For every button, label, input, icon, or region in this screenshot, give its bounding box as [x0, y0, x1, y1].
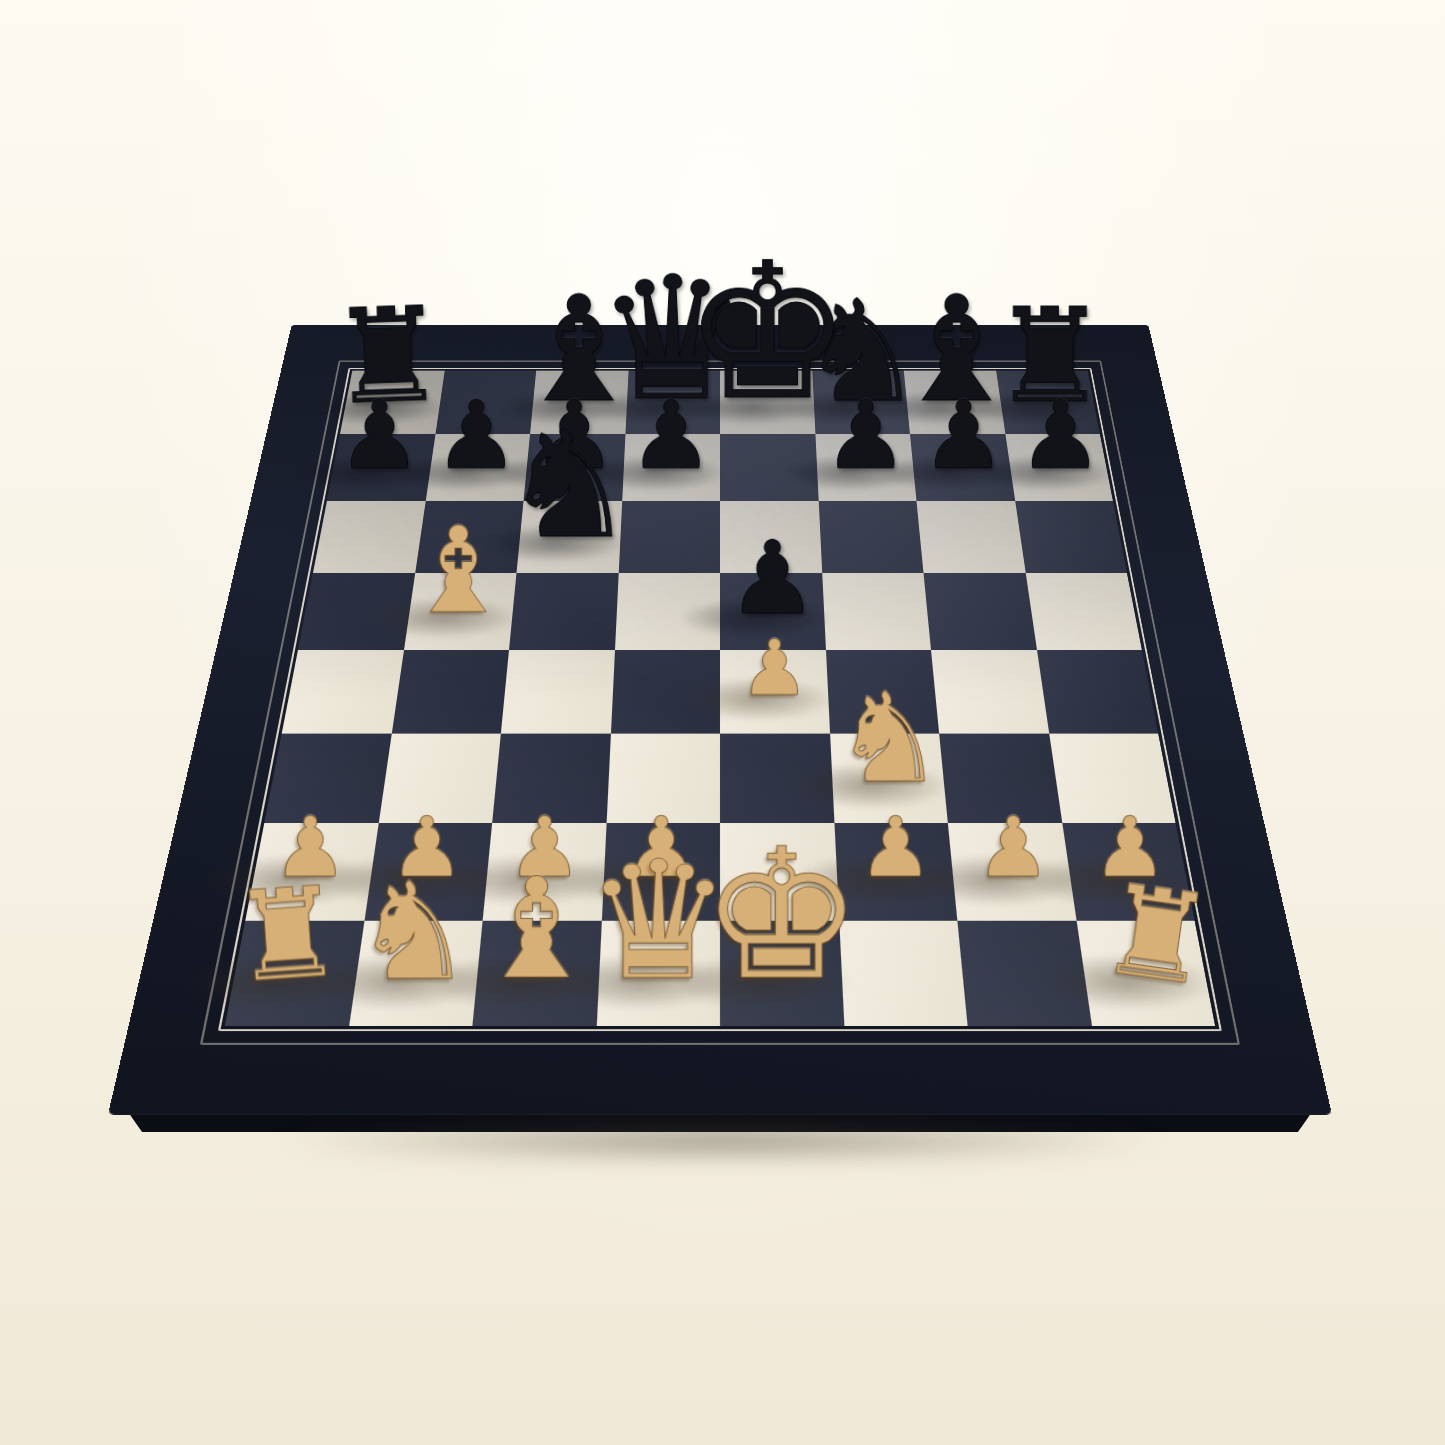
bishop-icon: ♝ — [350, 512, 568, 631]
scene: ♜♝♛♚♞♝♜♟♟♟♟♟♟♟♞♝♟♟♞♟♟♟♟♟♟♟♜♞♝♛♚♜ — [0, 0, 1445, 1445]
knight-icon: ♞ — [772, 676, 1007, 800]
pawn-icon: ♟ — [663, 528, 881, 629]
pawn-icon: ♟ — [959, 388, 1162, 482]
pieces-layer: ♜♝♛♚♞♝♜♟♟♟♟♟♟♟♞♝♟♟♞♟♟♟♟♟♟♟♜♞♝♛♚♜ — [108, 325, 1332, 1115]
board-cast-shadow — [96, 1112, 1346, 1170]
king-icon: ♚ — [653, 825, 909, 1005]
chess-board: ♜♝♛♚♞♝♜♟♟♟♟♟♟♟♞♝♟♟♞♟♟♟♟♟♟♟♜♞♝♛♚♜ — [108, 325, 1332, 1115]
